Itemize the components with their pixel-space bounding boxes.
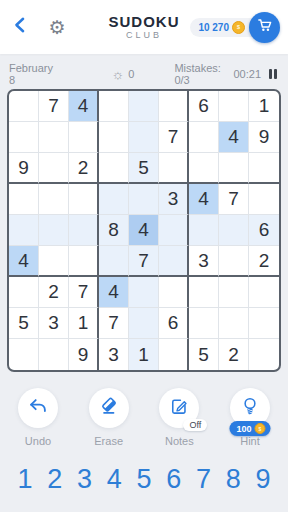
cell-r6c3[interactable] (69, 246, 99, 277)
numpad-8[interactable]: 8 (221, 461, 245, 499)
back-button[interactable] (8, 14, 34, 40)
cell-r8c2[interactable]: 3 (39, 308, 69, 339)
hint-cost-badge: 100 $ (229, 421, 270, 436)
cell-r2c9[interactable]: 9 (249, 122, 279, 153)
cell-r9c6[interactable] (159, 339, 189, 370)
cell-r3c1[interactable]: 9 (9, 153, 39, 184)
cell-r1c8[interactable] (219, 91, 249, 122)
cell-r4c9[interactable] (249, 184, 279, 215)
cell-r5c8[interactable] (219, 215, 249, 246)
gear-icon: ⚙ (48, 18, 65, 37)
eraser-icon (98, 395, 120, 421)
cell-r2c6[interactable]: 7 (159, 122, 189, 153)
cell-r4c7[interactable]: 4 (189, 184, 219, 215)
numpad-7[interactable]: 7 (192, 461, 216, 499)
cell-r2c8[interactable]: 4 (219, 122, 249, 153)
pause-button[interactable] (267, 67, 279, 81)
timer-label: 00:21 (233, 68, 261, 80)
cell-r3c3[interactable]: 2 (69, 153, 99, 184)
cell-r5c3[interactable] (69, 215, 99, 246)
cell-r7c7[interactable] (189, 277, 219, 308)
erase-button[interactable]: Erase (87, 388, 131, 447)
hint-label: Hint (240, 435, 260, 447)
cell-r2c3[interactable] (69, 122, 99, 153)
notes-off-badge: Off (183, 419, 207, 431)
cell-r5c4[interactable]: 8 (99, 215, 129, 246)
cell-r5c2[interactable] (39, 215, 69, 246)
cell-r2c4[interactable] (99, 122, 129, 153)
cell-r2c7[interactable] (189, 122, 219, 153)
cell-r7c9[interactable] (249, 277, 279, 308)
undo-label: Undo (25, 435, 51, 447)
cell-r4c3[interactable] (69, 184, 99, 215)
cell-r7c1[interactable] (9, 277, 39, 308)
cell-r8c6[interactable]: 6 (159, 308, 189, 339)
cell-r8c9[interactable] (249, 308, 279, 339)
cell-r4c8[interactable]: 7 (219, 184, 249, 215)
cell-r6c9[interactable]: 2 (249, 246, 279, 277)
sudoku-board: 746174992534784647322745317693152 (7, 89, 281, 372)
lightbulb-icon (239, 395, 261, 421)
cell-r3c6[interactable] (159, 153, 189, 184)
notes-pencil-icon (168, 395, 190, 421)
date-label: February 8 (9, 62, 57, 86)
cell-r7c4[interactable]: 4 (99, 277, 129, 308)
cell-r6c4[interactable] (99, 246, 129, 277)
notes-label: Notes (165, 435, 194, 447)
cell-r7c8[interactable] (219, 277, 249, 308)
cell-r4c2[interactable] (39, 184, 69, 215)
cell-r4c1[interactable] (9, 184, 39, 215)
toolbar: Undo Erase Off Notes 100 $ Hint (0, 388, 288, 447)
cell-r9c7[interactable]: 5 (189, 339, 219, 370)
cell-r3c8[interactable] (219, 153, 249, 184)
cell-r7c6[interactable] (159, 277, 189, 308)
cell-r1c2[interactable]: 7 (39, 91, 69, 122)
cell-r9c9[interactable] (249, 339, 279, 370)
cell-r6c2[interactable] (39, 246, 69, 277)
title-club: CLUB (108, 31, 179, 40)
numpad-3[interactable]: 3 (73, 461, 97, 499)
undo-button[interactable]: Undo (16, 388, 60, 447)
cell-r1c1[interactable] (9, 91, 39, 122)
numpad-5[interactable]: 5 (132, 461, 156, 499)
top-bar: ⚙ SUDOKU CLUB 10 270 $ (0, 0, 288, 54)
shop-button[interactable] (249, 12, 280, 43)
numpad-4[interactable]: 4 (102, 461, 126, 499)
cell-r6c8[interactable] (219, 246, 249, 277)
cell-r6c6[interactable] (159, 246, 189, 277)
cell-r8c1[interactable]: 5 (9, 308, 39, 339)
cell-r7c3[interactable]: 7 (69, 277, 99, 308)
cell-r1c3[interactable]: 4 (69, 91, 99, 122)
cell-r3c5[interactable]: 5 (129, 153, 159, 184)
cell-r5c7[interactable] (189, 215, 219, 246)
cell-r9c3[interactable]: 9 (69, 339, 99, 370)
cell-r7c5[interactable] (129, 277, 159, 308)
cell-r6c7[interactable]: 3 (189, 246, 219, 277)
cell-r8c4[interactable]: 7 (99, 308, 129, 339)
cell-r5c6[interactable] (159, 215, 189, 246)
cell-r1c5[interactable] (129, 91, 159, 122)
cell-r1c6[interactable] (159, 91, 189, 122)
cell-r5c1[interactable] (9, 215, 39, 246)
cell-r9c8[interactable]: 2 (219, 339, 249, 370)
cell-r4c5[interactable] (129, 184, 159, 215)
numpad-9[interactable]: 9 (251, 461, 275, 499)
numpad-2[interactable]: 2 (43, 461, 67, 499)
cell-r8c5[interactable] (129, 308, 159, 339)
numpad-1[interactable]: 1 (13, 461, 37, 499)
cell-r9c4[interactable]: 3 (99, 339, 129, 370)
cell-r6c1[interactable]: 4 (9, 246, 39, 277)
number-pad: 123456789 (0, 461, 288, 499)
cell-r1c7[interactable]: 6 (189, 91, 219, 122)
score-value: 0 (128, 68, 134, 80)
status-bar: February 8 ☼ 0 Mistakes: 0/3 00:21 (0, 63, 288, 85)
cell-r4c6[interactable]: 3 (159, 184, 189, 215)
hint-cost-value: 100 (236, 424, 251, 434)
back-chevron-icon (11, 15, 31, 39)
cell-r2c1[interactable] (9, 122, 39, 153)
cell-r5c9[interactable]: 6 (249, 215, 279, 246)
cell-r9c5[interactable]: 1 (129, 339, 159, 370)
score-group: ☼ 0 (111, 67, 134, 81)
sun-score-icon: ☼ (111, 67, 124, 81)
coin-icon: $ (232, 21, 245, 34)
cell-r3c7[interactable] (189, 153, 219, 184)
cell-r3c9[interactable] (249, 153, 279, 184)
numpad-6[interactable]: 6 (162, 461, 186, 499)
cell-r4c4[interactable] (99, 184, 129, 215)
cell-r9c1[interactable] (9, 339, 39, 370)
cell-r1c4[interactable] (99, 91, 129, 122)
app-title: SUDOKU CLUB (108, 14, 179, 40)
pause-icon (274, 69, 277, 79)
cart-icon (256, 16, 274, 38)
cell-r7c2[interactable]: 2 (39, 277, 69, 308)
title-sudoku: SUDOKU (108, 14, 179, 30)
cell-r8c7[interactable] (189, 308, 219, 339)
settings-button[interactable]: ⚙ (44, 14, 70, 40)
undo-icon (27, 395, 49, 421)
hint-coin-icon: $ (254, 423, 265, 434)
erase-label: Erase (94, 435, 123, 447)
mistakes-label: Mistakes: 0/3 (174, 62, 233, 86)
hint-button[interactable]: 100 $ Hint (228, 388, 272, 447)
cell-r3c2[interactable] (39, 153, 69, 184)
cell-r9c2[interactable] (39, 339, 69, 370)
cell-r2c5[interactable] (129, 122, 159, 153)
cell-r6c5[interactable]: 7 (129, 246, 159, 277)
notes-button[interactable]: Off Notes (157, 388, 201, 447)
cell-r3c4[interactable] (99, 153, 129, 184)
cell-r8c8[interactable] (219, 308, 249, 339)
pause-icon (269, 69, 272, 79)
cell-r8c3[interactable]: 1 (69, 308, 99, 339)
cell-r1c9[interactable]: 1 (249, 91, 279, 122)
cell-r2c2[interactable] (39, 122, 69, 153)
coin-count: 10 270 (198, 22, 229, 33)
cell-r5c5[interactable]: 4 (129, 215, 159, 246)
